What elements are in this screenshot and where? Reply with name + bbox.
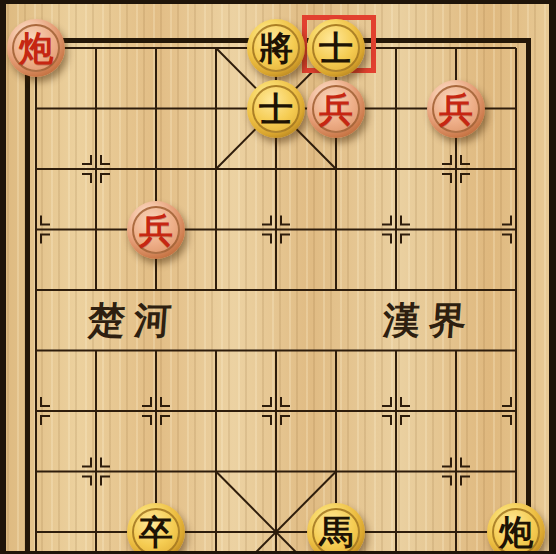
piece-glyph: 士 [259, 93, 293, 127]
piece-glyph: 兵 [319, 93, 353, 127]
piece-red-soldier-2[interactable]: 兵 [427, 80, 485, 138]
piece-face: 兵 [307, 80, 365, 138]
piece-face: 馬 [307, 503, 365, 554]
piece-face: 士 [247, 80, 305, 138]
piece-black-cannon[interactable]: 炮 [487, 503, 545, 554]
piece-red-cannon[interactable]: 炮 [7, 19, 65, 77]
piece-glyph: 卒 [139, 516, 173, 550]
piece-face: 卒 [127, 503, 185, 554]
piece-black-general[interactable]: 將 [247, 19, 305, 77]
piece-face: 兵 [127, 201, 185, 259]
river-label-left: 楚河 [87, 302, 182, 339]
piece-glyph: 將 [259, 32, 293, 66]
piece-glyph: 炮 [499, 516, 533, 550]
piece-black-horse[interactable]: 馬 [307, 503, 365, 554]
piece-glyph: 兵 [139, 214, 173, 248]
piece-black-advisor-1[interactable]: 士 [307, 19, 365, 77]
piece-glyph: 士 [319, 32, 353, 66]
xiangqi-board-window: 楚河 漢界 炮將士士兵兵兵卒馬炮 [0, 0, 556, 554]
piece-glyph: 炮 [19, 32, 53, 66]
piece-black-advisor-2[interactable]: 士 [247, 80, 305, 138]
window-frame-left [0, 0, 6, 554]
river-label-right: 漢界 [382, 302, 477, 339]
piece-red-soldier-3[interactable]: 兵 [127, 201, 185, 259]
piece-face: 炮 [7, 19, 65, 77]
piece-face: 將 [247, 19, 305, 77]
piece-glyph: 馬 [319, 516, 353, 550]
piece-red-soldier-1[interactable]: 兵 [307, 80, 365, 138]
piece-face: 炮 [487, 503, 545, 554]
window-frame-top [0, 0, 556, 4]
piece-face: 兵 [427, 80, 485, 138]
piece-black-soldier[interactable]: 卒 [127, 503, 185, 554]
piece-glyph: 兵 [439, 93, 473, 127]
piece-face: 士 [307, 19, 365, 77]
window-frame-right [549, 0, 556, 554]
